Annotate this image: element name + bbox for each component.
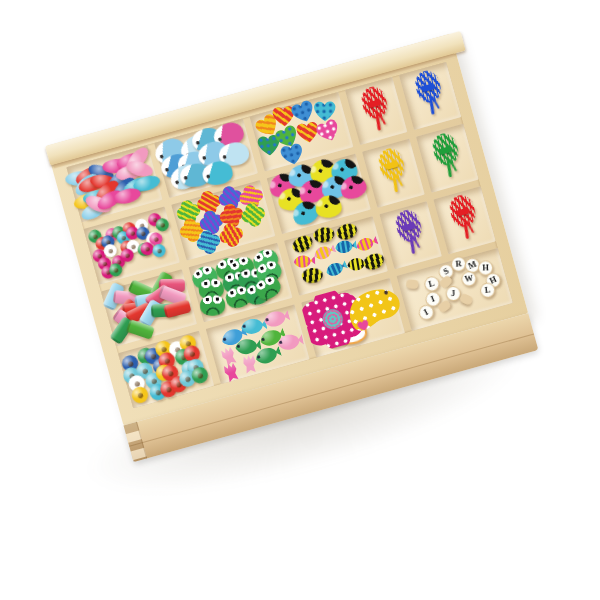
bead-cyl	[163, 299, 191, 318]
bead-tulip	[240, 353, 259, 375]
bead-fishs	[322, 257, 350, 280]
bead-round	[152, 242, 168, 258]
bead-cube: L	[422, 275, 440, 293]
bead-cord	[426, 129, 467, 181]
bead-frog	[200, 294, 226, 316]
bead-cord	[443, 191, 484, 243]
bead-heart	[289, 98, 318, 126]
bead-bee	[289, 232, 315, 255]
bead-bee	[335, 221, 360, 242]
bead-box-photo: LSRMHWHLIJI	[0, 0, 600, 600]
compartment-cord-green	[416, 124, 479, 192]
bead-heart	[294, 120, 320, 145]
bead-bee	[361, 251, 386, 273]
bead-heart	[313, 117, 342, 145]
compartment-round-beads-large	[118, 331, 214, 409]
bead-bee	[301, 267, 323, 284]
bead-cord	[355, 83, 396, 135]
wooden-bead-box: LSRMHWHLIJI	[46, 34, 528, 426]
bead-tulip	[220, 361, 242, 385]
compartment-cord-purple	[379, 201, 442, 269]
compartment-cord-blue	[399, 62, 462, 130]
bead-round	[154, 217, 170, 233]
compartment-cord-red-bottom	[433, 186, 496, 254]
flower-center	[320, 307, 345, 332]
bead-heart	[313, 100, 337, 122]
bead-bee	[313, 226, 336, 244]
bead-cord	[409, 67, 450, 119]
compartment-cord-yellow	[362, 139, 425, 207]
bead-cord	[372, 144, 413, 196]
bead-cord	[389, 206, 430, 258]
bead-fishs	[332, 238, 358, 257]
bead-cube	[406, 280, 419, 290]
bead-cube	[459, 293, 474, 306]
bead-clover	[239, 200, 269, 230]
compartment-cord-red-top	[345, 77, 408, 145]
bead-fish	[260, 306, 292, 331]
